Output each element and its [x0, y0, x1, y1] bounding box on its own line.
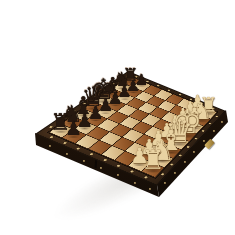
side-stud [203, 140, 205, 142]
brass-stud [178, 154, 182, 157]
brass-stud [144, 176, 148, 179]
brass-stud [63, 141, 68, 144]
brass-stud [208, 122, 211, 124]
side-stud [49, 145, 51, 147]
side-stud [100, 167, 102, 169]
brass-stud [215, 115, 218, 117]
brass-stud [178, 94, 181, 96]
brass-stud [201, 130, 204, 132]
brass-stud [167, 89, 170, 91]
brass-stud [201, 103, 204, 105]
brass-stud [117, 164, 121, 167]
brass-stud [130, 170, 134, 173]
brass-stud [212, 107, 215, 109]
side-stud [174, 172, 176, 174]
brass-stud [103, 159, 107, 162]
side-stud [221, 121, 223, 123]
side-stud [184, 161, 186, 163]
brass-stud [76, 147, 81, 150]
side-stud [83, 160, 85, 162]
side-stud [213, 130, 215, 132]
brass-stud [194, 137, 198, 139]
brass-stud [135, 76, 138, 78]
brass-stud [146, 80, 149, 82]
brass-stud [90, 153, 94, 156]
brass-stud [49, 136, 54, 139]
side-stud [149, 188, 151, 190]
brass-stud [170, 163, 174, 166]
side-stud [66, 153, 68, 155]
side-stud [193, 151, 195, 153]
brass-stud [157, 85, 160, 87]
brass-stud [186, 146, 190, 148]
side-stud [134, 182, 136, 184]
brass-stud [189, 98, 192, 100]
brass-stud [161, 173, 165, 176]
product-photo-stage: ♜♞♝♛♚♝♞♜♟♟♟♟♟♟♟♟♟♟♟♟♟♟♟♟♜♞♝♛♚♝♞♜ [0, 0, 235, 235]
